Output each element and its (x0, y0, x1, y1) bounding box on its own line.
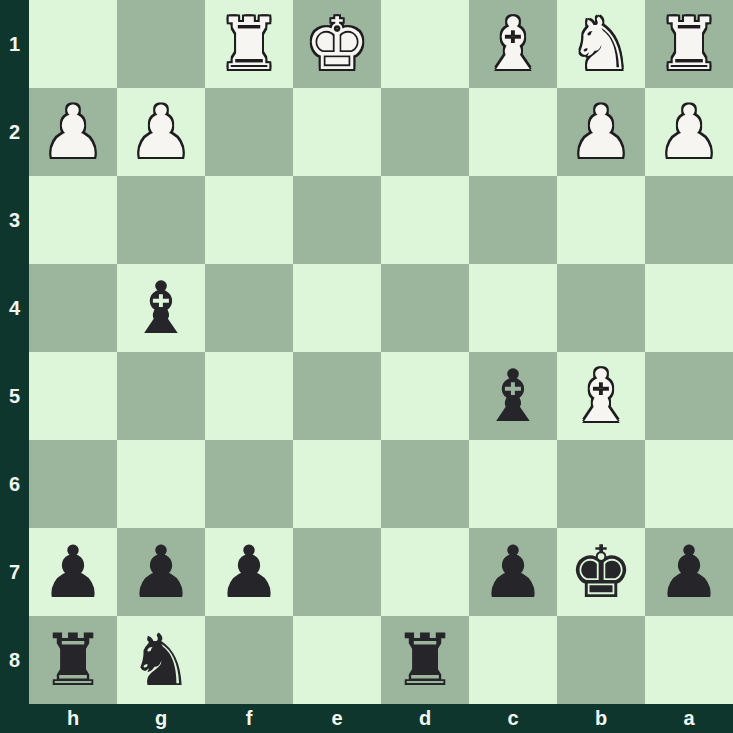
black-pawn[interactable]: ♟ (205, 528, 293, 616)
black-bishop[interactable]: ♝ (469, 352, 557, 440)
black-pawn[interactable]: ♟ (29, 528, 117, 616)
square-c5[interactable]: ♝ (469, 352, 557, 440)
file-label-g: g (117, 704, 205, 733)
square-e5[interactable] (293, 352, 381, 440)
file-label-d: d (381, 704, 469, 733)
rank-label-5: 5 (0, 352, 29, 440)
square-g5[interactable] (117, 352, 205, 440)
square-g8[interactable]: ♞ (117, 616, 205, 704)
square-a6[interactable] (645, 440, 733, 528)
square-b3[interactable] (557, 176, 645, 264)
square-f2[interactable] (205, 88, 293, 176)
square-e6[interactable] (293, 440, 381, 528)
square-d5[interactable] (381, 352, 469, 440)
square-f6[interactable] (205, 440, 293, 528)
square-h2[interactable]: ♟ (29, 88, 117, 176)
square-b8[interactable] (557, 616, 645, 704)
square-b1[interactable]: ♞ (557, 0, 645, 88)
square-f5[interactable] (205, 352, 293, 440)
square-h5[interactable] (29, 352, 117, 440)
black-pawn[interactable]: ♟ (645, 528, 733, 616)
black-pawn[interactable]: ♟ (469, 528, 557, 616)
square-f7[interactable]: ♟ (205, 528, 293, 616)
black-pawn[interactable]: ♟ (117, 528, 205, 616)
square-f8[interactable] (205, 616, 293, 704)
black-rook[interactable]: ♜ (29, 616, 117, 704)
rank-label-6: 6 (0, 440, 29, 528)
square-f4[interactable] (205, 264, 293, 352)
white-bishop[interactable]: ♝ (469, 0, 557, 88)
rank-label-2: 2 (0, 88, 29, 176)
square-e2[interactable] (293, 88, 381, 176)
white-rook[interactable]: ♜ (645, 0, 733, 88)
square-a8[interactable] (645, 616, 733, 704)
square-e8[interactable] (293, 616, 381, 704)
square-c4[interactable] (469, 264, 557, 352)
square-g2[interactable]: ♟ (117, 88, 205, 176)
square-a5[interactable] (645, 352, 733, 440)
square-e4[interactable] (293, 264, 381, 352)
square-g3[interactable] (117, 176, 205, 264)
square-b2[interactable]: ♟ (557, 88, 645, 176)
square-a3[interactable] (645, 176, 733, 264)
chess-board[interactable]: ♜♚♝♞♜♟♟♟♟♝♝♝♟♟♟♟♚♟♜♞♜ (29, 0, 733, 704)
square-b4[interactable] (557, 264, 645, 352)
rank-label-3: 3 (0, 176, 29, 264)
file-label-c: c (469, 704, 557, 733)
file-label-f: f (205, 704, 293, 733)
square-h1[interactable] (29, 0, 117, 88)
white-pawn[interactable]: ♟ (29, 88, 117, 176)
square-g4[interactable]: ♝ (117, 264, 205, 352)
white-pawn[interactable]: ♟ (557, 88, 645, 176)
white-knight[interactable]: ♞ (557, 0, 645, 88)
black-knight[interactable]: ♞ (117, 616, 205, 704)
square-g7[interactable]: ♟ (117, 528, 205, 616)
black-bishop[interactable]: ♝ (117, 264, 205, 352)
square-c2[interactable] (469, 88, 557, 176)
chessboard-frame: 12345678 ♜♚♝♞♜♟♟♟♟♝♝♝♟♟♟♟♚♟♜♞♜ hgfedcba (0, 0, 733, 733)
square-c1[interactable]: ♝ (469, 0, 557, 88)
square-c6[interactable] (469, 440, 557, 528)
white-king[interactable]: ♚ (293, 0, 381, 88)
square-d4[interactable] (381, 264, 469, 352)
square-b7[interactable]: ♚ (557, 528, 645, 616)
square-c7[interactable]: ♟ (469, 528, 557, 616)
square-d2[interactable] (381, 88, 469, 176)
square-g6[interactable] (117, 440, 205, 528)
white-rook[interactable]: ♜ (205, 0, 293, 88)
square-f3[interactable] (205, 176, 293, 264)
square-c3[interactable] (469, 176, 557, 264)
square-h8[interactable]: ♜ (29, 616, 117, 704)
black-rook[interactable]: ♜ (381, 616, 469, 704)
file-label-a: a (645, 704, 733, 733)
square-d7[interactable] (381, 528, 469, 616)
square-a4[interactable] (645, 264, 733, 352)
square-b5[interactable]: ♝ (557, 352, 645, 440)
white-pawn[interactable]: ♟ (645, 88, 733, 176)
rank-coordinates: 12345678 (0, 0, 29, 704)
square-h3[interactable] (29, 176, 117, 264)
rank-label-1: 1 (0, 0, 29, 88)
square-f1[interactable]: ♜ (205, 0, 293, 88)
file-label-e: e (293, 704, 381, 733)
rank-label-4: 4 (0, 264, 29, 352)
square-h4[interactable] (29, 264, 117, 352)
square-e7[interactable] (293, 528, 381, 616)
square-e1[interactable]: ♚ (293, 0, 381, 88)
square-h6[interactable] (29, 440, 117, 528)
square-h7[interactable]: ♟ (29, 528, 117, 616)
rank-label-7: 7 (0, 528, 29, 616)
square-d8[interactable]: ♜ (381, 616, 469, 704)
square-e3[interactable] (293, 176, 381, 264)
white-pawn[interactable]: ♟ (117, 88, 205, 176)
file-label-h: h (29, 704, 117, 733)
file-coordinates: hgfedcba (29, 704, 733, 733)
square-d1[interactable] (381, 0, 469, 88)
square-a1[interactable]: ♜ (645, 0, 733, 88)
square-g1[interactable] (117, 0, 205, 88)
square-d6[interactable] (381, 440, 469, 528)
square-c8[interactable] (469, 616, 557, 704)
rank-label-8: 8 (0, 616, 29, 704)
square-a7[interactable]: ♟ (645, 528, 733, 616)
square-d3[interactable] (381, 176, 469, 264)
white-bishop[interactable]: ♝ (557, 352, 645, 440)
file-label-b: b (557, 704, 645, 733)
square-b6[interactable] (557, 440, 645, 528)
square-a2[interactable]: ♟ (645, 88, 733, 176)
black-king[interactable]: ♚ (557, 528, 645, 616)
